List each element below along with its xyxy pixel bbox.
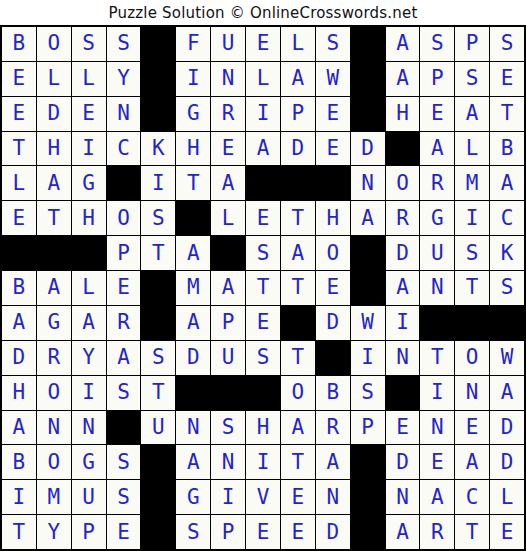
letter-cell-r12c11: P <box>351 411 385 445</box>
letter-cell-r2c8: L <box>246 62 280 96</box>
letter-cell-r2c13: P <box>420 62 454 96</box>
letter-cell-r14c6: G <box>176 480 210 514</box>
letter-cell-r15c12: A <box>386 515 420 549</box>
letter-cell-r8c1: B <box>2 271 36 305</box>
letter-cell-r5c13: R <box>420 166 454 200</box>
letter-cell-r10c2: R <box>37 341 71 375</box>
letter-cell-r1c4: S <box>107 27 141 61</box>
letter-cell-r14c8: V <box>246 480 280 514</box>
black-cell-r2c11 <box>351 62 385 96</box>
letter-cell-r5c14: M <box>455 166 489 200</box>
black-cell-r11c6 <box>176 376 210 410</box>
black-cell-r9c13 <box>420 306 454 340</box>
letter-cell-r5c1: L <box>2 166 36 200</box>
letter-cell-r8c9: T <box>281 271 315 305</box>
letter-cell-r7c6: A <box>176 236 210 270</box>
letter-cell-r11c5: T <box>141 376 175 410</box>
letter-cell-r11c14: N <box>455 376 489 410</box>
letter-cell-r14c14: C <box>455 480 489 514</box>
letter-cell-r14c7: I <box>211 480 245 514</box>
letter-cell-r11c10: B <box>316 376 350 410</box>
letter-cell-r13c10: A <box>316 445 350 479</box>
letter-cell-r2c12: A <box>386 62 420 96</box>
letter-cell-r15c7: P <box>211 515 245 549</box>
letter-cell-r11c11: S <box>351 376 385 410</box>
letter-cell-r15c14: T <box>455 515 489 549</box>
black-cell-r7c7 <box>211 236 245 270</box>
letter-cell-r9c6: A <box>176 306 210 340</box>
letter-cell-r7c12: D <box>386 236 420 270</box>
letter-cell-r2c4: Y <box>107 62 141 96</box>
black-cell-r7c2 <box>37 236 71 270</box>
letter-cell-r8c13: N <box>420 271 454 305</box>
letter-cell-r6c4: O <box>107 201 141 235</box>
letter-cell-r1c10: S <box>316 27 350 61</box>
black-cell-r7c1 <box>2 236 36 270</box>
crossword-grid: BOSSFUELSASPSELLYINLAWAPSEEDENGRIPEHEATT… <box>0 25 526 551</box>
letter-cell-r2c6: I <box>176 62 210 96</box>
letter-cell-r15c3: P <box>72 515 106 549</box>
letter-cell-r3c15: T <box>490 97 524 131</box>
letter-cell-r5c2: A <box>37 166 71 200</box>
letter-cell-r1c7: U <box>211 27 245 61</box>
letter-cell-r8c4: E <box>107 271 141 305</box>
black-cell-r9c5 <box>141 306 175 340</box>
letter-cell-r10c4: A <box>107 341 141 375</box>
letter-cell-r14c1: I <box>2 480 36 514</box>
letter-cell-r5c12: O <box>386 166 420 200</box>
letter-cell-r15c13: R <box>420 515 454 549</box>
letter-cell-r15c6: S <box>176 515 210 549</box>
letter-cell-r7c4: P <box>107 236 141 270</box>
letter-cell-r13c4: S <box>107 445 141 479</box>
letter-cell-r9c7: P <box>211 306 245 340</box>
letter-cell-r1c13: S <box>420 27 454 61</box>
letter-cell-r6c10: H <box>316 201 350 235</box>
letter-cell-r15c1: T <box>2 515 36 549</box>
letter-cell-r4c13: A <box>420 132 454 166</box>
letter-cell-r2c15: E <box>490 62 524 96</box>
letter-cell-r7c10: O <box>316 236 350 270</box>
letter-cell-r5c11: N <box>351 166 385 200</box>
letter-cell-r8c12: A <box>386 271 420 305</box>
black-cell-r10c10 <box>316 341 350 375</box>
letter-cell-r10c13: T <box>420 341 454 375</box>
letter-cell-r13c7: N <box>211 445 245 479</box>
letter-cell-r13c12: D <box>386 445 420 479</box>
black-cell-r11c8 <box>246 376 280 410</box>
letter-cell-r15c4: E <box>107 515 141 549</box>
letter-cell-r11c3: I <box>72 376 106 410</box>
letter-cell-r6c9: T <box>281 201 315 235</box>
letter-cell-r4c11: D <box>351 132 385 166</box>
letter-cell-r9c2: G <box>37 306 71 340</box>
letter-cell-r5c5: I <box>141 166 175 200</box>
letter-cell-r10c6: D <box>176 341 210 375</box>
black-cell-r6c6 <box>176 201 210 235</box>
letter-cell-r4c7: E <box>211 132 245 166</box>
black-cell-r15c5 <box>141 515 175 549</box>
letter-cell-r9c10: D <box>316 306 350 340</box>
letter-cell-r11c4: S <box>107 376 141 410</box>
black-cell-r15c11 <box>351 515 385 549</box>
letter-cell-r3c2: D <box>37 97 71 131</box>
letter-cell-r9c1: A <box>2 306 36 340</box>
letter-cell-r3c14: A <box>455 97 489 131</box>
letter-cell-r4c1: T <box>2 132 36 166</box>
letter-cell-r6c5: S <box>141 201 175 235</box>
letter-cell-r14c2: M <box>37 480 71 514</box>
letter-cell-r12c6: N <box>176 411 210 445</box>
puzzle-solution-page: Puzzle Solution © OnlineCrosswords.net B… <box>0 0 526 551</box>
black-cell-r3c11 <box>351 97 385 131</box>
letter-cell-r1c3: S <box>72 27 106 61</box>
letter-cell-r10c1: D <box>2 341 36 375</box>
letter-cell-r9c12: I <box>386 306 420 340</box>
letter-cell-r13c8: I <box>246 445 280 479</box>
letter-cell-r6c1: E <box>2 201 36 235</box>
black-cell-r14c11 <box>351 480 385 514</box>
letter-cell-r1c8: E <box>246 27 280 61</box>
letter-cell-r14c4: S <box>107 480 141 514</box>
letter-cell-r13c1: B <box>2 445 36 479</box>
letter-cell-r9c3: A <box>72 306 106 340</box>
letter-cell-r7c9: A <box>281 236 315 270</box>
letter-cell-r12c12: E <box>386 411 420 445</box>
letter-cell-r5c7: A <box>211 166 245 200</box>
letter-cell-r11c9: O <box>281 376 315 410</box>
letter-cell-r1c6: F <box>176 27 210 61</box>
black-cell-r9c15 <box>490 306 524 340</box>
letter-cell-r12c7: S <box>211 411 245 445</box>
letter-cell-r4c8: A <box>246 132 280 166</box>
letter-cell-r12c13: N <box>420 411 454 445</box>
letter-cell-r14c9: E <box>281 480 315 514</box>
letter-cell-r6c15: C <box>490 201 524 235</box>
black-cell-r3c5 <box>141 97 175 131</box>
letter-cell-r8c7: A <box>211 271 245 305</box>
letter-cell-r4c9: D <box>281 132 315 166</box>
letter-cell-r1c15: S <box>490 27 524 61</box>
letter-cell-r15c10: D <box>316 515 350 549</box>
black-cell-r5c9 <box>281 166 315 200</box>
letter-cell-r4c3: I <box>72 132 106 166</box>
letter-cell-r1c14: P <box>455 27 489 61</box>
black-cell-r1c11 <box>351 27 385 61</box>
letter-cell-r6c2: T <box>37 201 71 235</box>
black-cell-r13c5 <box>141 445 175 479</box>
letter-cell-r10c14: O <box>455 341 489 375</box>
letter-cell-r6c3: H <box>72 201 106 235</box>
letter-cell-r3c10: E <box>316 97 350 131</box>
black-cell-r8c5 <box>141 271 175 305</box>
black-cell-r1c5 <box>141 27 175 61</box>
letter-cell-r10c3: Y <box>72 341 106 375</box>
letter-cell-r12c9: A <box>281 411 315 445</box>
black-cell-r7c3 <box>72 236 106 270</box>
page-title: Puzzle Solution © OnlineCrosswords.net <box>0 0 526 25</box>
black-cell-r11c7 <box>211 376 245 410</box>
letter-cell-r15c15: E <box>490 515 524 549</box>
letter-cell-r4c5: K <box>141 132 175 166</box>
letter-cell-r8c15: S <box>490 271 524 305</box>
letter-cell-r4c2: H <box>37 132 71 166</box>
letter-cell-r4c6: H <box>176 132 210 166</box>
letter-cell-r8c2: A <box>37 271 71 305</box>
letter-cell-r8c14: T <box>455 271 489 305</box>
black-cell-r4c12 <box>386 132 420 166</box>
letter-cell-r13c13: E <box>420 445 454 479</box>
letter-cell-r10c8: S <box>246 341 280 375</box>
black-cell-r11c12 <box>386 376 420 410</box>
letter-cell-r1c9: L <box>281 27 315 61</box>
letter-cell-r2c10: W <box>316 62 350 96</box>
letter-cell-r14c10: N <box>316 480 350 514</box>
letter-cell-r7c13: U <box>420 236 454 270</box>
letter-cell-r13c6: A <box>176 445 210 479</box>
letter-cell-r11c2: O <box>37 376 71 410</box>
letter-cell-r7c14: S <box>455 236 489 270</box>
black-cell-r7c11 <box>351 236 385 270</box>
letter-cell-r3c13: E <box>420 97 454 131</box>
letter-cell-r4c15: B <box>490 132 524 166</box>
black-cell-r14c5 <box>141 480 175 514</box>
letter-cell-r1c1: B <box>2 27 36 61</box>
letter-cell-r3c8: I <box>246 97 280 131</box>
letter-cell-r11c15: A <box>490 376 524 410</box>
letter-cell-r12c8: H <box>246 411 280 445</box>
black-cell-r5c4 <box>107 166 141 200</box>
letter-cell-r1c12: A <box>386 27 420 61</box>
letter-cell-r13c14: A <box>455 445 489 479</box>
letter-cell-r6c12: R <box>386 201 420 235</box>
letter-cell-r2c7: N <box>211 62 245 96</box>
letter-cell-r15c9: E <box>281 515 315 549</box>
letter-cell-r1c2: O <box>37 27 71 61</box>
black-cell-r8c11 <box>351 271 385 305</box>
letter-cell-r10c11: I <box>351 341 385 375</box>
black-cell-r12c4 <box>107 411 141 445</box>
letter-cell-r12c2: N <box>37 411 71 445</box>
letter-cell-r8c8: T <box>246 271 280 305</box>
letter-cell-r10c12: N <box>386 341 420 375</box>
letter-cell-r2c14: S <box>455 62 489 96</box>
letter-cell-r3c12: H <box>386 97 420 131</box>
letter-cell-r6c14: I <box>455 201 489 235</box>
letter-cell-r12c15: D <box>490 411 524 445</box>
letter-cell-r2c9: A <box>281 62 315 96</box>
letter-cell-r6c7: L <box>211 201 245 235</box>
letter-cell-r13c2: O <box>37 445 71 479</box>
black-cell-r13c11 <box>351 445 385 479</box>
letter-cell-r12c5: U <box>141 411 175 445</box>
letter-cell-r3c1: E <box>2 97 36 131</box>
letter-cell-r12c3: N <box>72 411 106 445</box>
letter-cell-r10c5: S <box>141 341 175 375</box>
letter-cell-r12c1: A <box>2 411 36 445</box>
letter-cell-r2c3: L <box>72 62 106 96</box>
letter-cell-r5c15: A <box>490 166 524 200</box>
letter-cell-r5c6: T <box>176 166 210 200</box>
letter-cell-r7c5: T <box>141 236 175 270</box>
black-cell-r9c9 <box>281 306 315 340</box>
black-cell-r9c14 <box>455 306 489 340</box>
letter-cell-r9c4: R <box>107 306 141 340</box>
letter-cell-r8c6: M <box>176 271 210 305</box>
letter-cell-r3c4: N <box>107 97 141 131</box>
letter-cell-r12c10: R <box>316 411 350 445</box>
letter-cell-r9c11: W <box>351 306 385 340</box>
letter-cell-r11c1: H <box>2 376 36 410</box>
letter-cell-r13c3: G <box>72 445 106 479</box>
letter-cell-r6c8: E <box>246 201 280 235</box>
black-cell-r5c10 <box>316 166 350 200</box>
letter-cell-r5c3: G <box>72 166 106 200</box>
letter-cell-r11c13: I <box>420 376 454 410</box>
letter-cell-r13c15: D <box>490 445 524 479</box>
letter-cell-r7c15: K <box>490 236 524 270</box>
letter-cell-r3c7: R <box>211 97 245 131</box>
letter-cell-r8c3: L <box>72 271 106 305</box>
letter-cell-r10c15: W <box>490 341 524 375</box>
letter-cell-r10c7: U <box>211 341 245 375</box>
letter-cell-r10c9: T <box>281 341 315 375</box>
letter-cell-r2c1: E <box>2 62 36 96</box>
letter-cell-r13c9: T <box>281 445 315 479</box>
letter-cell-r15c8: E <box>246 515 280 549</box>
letter-cell-r2c2: L <box>37 62 71 96</box>
letter-cell-r14c3: U <box>72 480 106 514</box>
letter-cell-r6c13: G <box>420 201 454 235</box>
letter-cell-r14c12: N <box>386 480 420 514</box>
letter-cell-r14c13: A <box>420 480 454 514</box>
letter-cell-r12c14: E <box>455 411 489 445</box>
letter-cell-r9c8: E <box>246 306 280 340</box>
letter-cell-r7c8: S <box>246 236 280 270</box>
letter-cell-r14c15: L <box>490 480 524 514</box>
letter-cell-r4c10: E <box>316 132 350 166</box>
letter-cell-r8c10: E <box>316 271 350 305</box>
letter-cell-r3c3: E <box>72 97 106 131</box>
letter-cell-r3c6: G <box>176 97 210 131</box>
letter-cell-r4c14: L <box>455 132 489 166</box>
letter-cell-r3c9: P <box>281 97 315 131</box>
black-cell-r5c8 <box>246 166 280 200</box>
black-cell-r2c5 <box>141 62 175 96</box>
letter-cell-r4c4: C <box>107 132 141 166</box>
letter-cell-r15c2: Y <box>37 515 71 549</box>
letter-cell-r6c11: A <box>351 201 385 235</box>
